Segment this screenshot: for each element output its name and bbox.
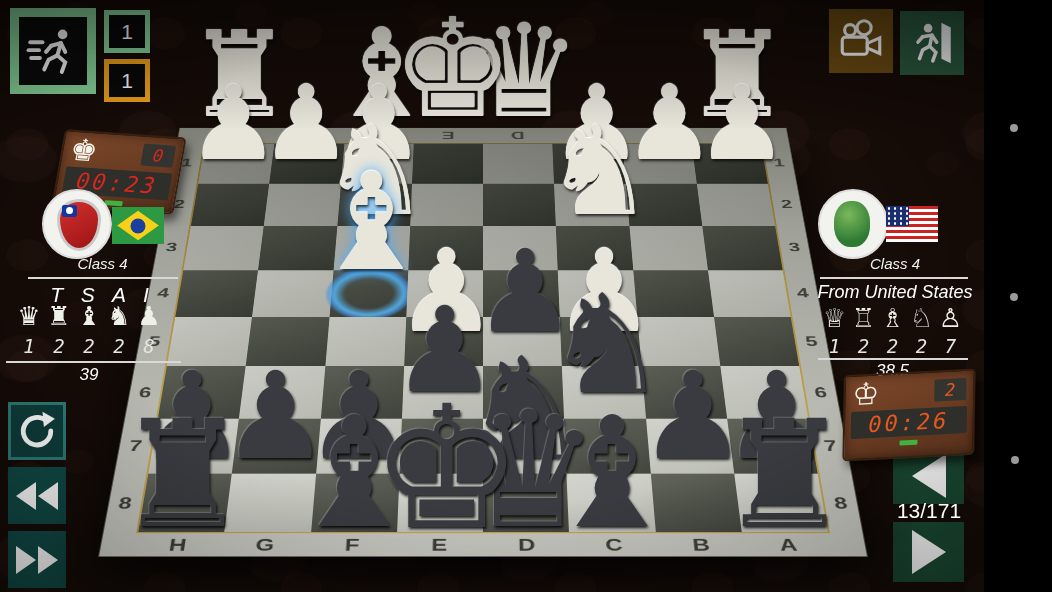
skip-backward-button[interactable]	[8, 467, 66, 524]
running-man-icon	[25, 23, 81, 79]
piece-count-icon: ♕	[820, 305, 849, 331]
file-label: E	[413, 129, 483, 143]
square-a4[interactable]	[708, 270, 791, 317]
square-b3[interactable]	[629, 226, 708, 270]
piece-count-icon: ♙	[936, 305, 965, 331]
file-label: E	[395, 534, 483, 556]
square-b4[interactable]	[633, 270, 714, 317]
white-bishop-f1[interactable]: ♝	[312, 12, 452, 134]
orange-counter-value: 1	[121, 69, 133, 93]
file-label: G	[274, 129, 345, 143]
rotate-icon	[15, 409, 59, 453]
square-g8[interactable]	[224, 473, 315, 531]
white-rook-h1[interactable]: ♜	[169, 16, 309, 134]
square-a3[interactable]	[702, 226, 783, 270]
piece-count-icon: ♞	[104, 303, 134, 329]
file-label: H	[204, 129, 276, 143]
square-h7[interactable]	[148, 418, 239, 473]
left-piece-counts: 12228	[14, 335, 164, 357]
square-b6[interactable]	[641, 366, 727, 418]
speed-mode-button[interactable]	[10, 8, 96, 94]
left-player-class: Class 4	[25, 255, 180, 272]
brazil-flag	[112, 207, 164, 244]
square-f1[interactable]	[341, 144, 414, 184]
white-king-icon: ♚	[68, 135, 100, 167]
square-g6[interactable]	[239, 366, 325, 418]
piece-count-icon: ♟	[134, 303, 164, 329]
square-g3[interactable]	[258, 226, 337, 270]
square-c1[interactable]	[552, 144, 625, 184]
square-e8[interactable]	[397, 473, 483, 531]
left-player-panel: Class 4 T S A I ♛♜♝♞♟ 12228 39	[0, 185, 200, 395]
right-player-panel: Class 4 From United States ♕♖♗♘♙ 12227 3…	[810, 185, 985, 385]
square-g1[interactable]	[269, 144, 344, 184]
square-b7[interactable]	[646, 418, 734, 473]
right-player-class: Class 4	[820, 255, 970, 272]
square-a8[interactable]	[734, 473, 828, 531]
indicator-dot	[1011, 456, 1019, 464]
file-label: A	[743, 534, 833, 556]
right-player-origin: From United States	[810, 282, 980, 303]
square-g2[interactable]	[264, 184, 341, 226]
square-b5[interactable]	[637, 317, 720, 366]
file-label: G	[220, 534, 310, 556]
right-player-avatar[interactable]	[818, 189, 888, 259]
green-counter-box: 1	[104, 10, 150, 53]
file-label: C	[570, 534, 659, 556]
piece-count-icon: ♜	[44, 303, 74, 329]
square-g5[interactable]	[246, 317, 329, 366]
square-e6[interactable]	[402, 366, 483, 418]
square-f3[interactable]	[333, 226, 410, 270]
file-label: C	[552, 129, 622, 143]
video-camera-icon	[836, 16, 886, 66]
square-f4[interactable]	[329, 270, 408, 317]
right-captured-icons: ♕♖♗♘♙	[820, 305, 965, 331]
piece-count-icon: ♝	[74, 303, 104, 329]
indicator-dot	[1010, 124, 1018, 132]
square-b1[interactable]	[622, 144, 697, 184]
square-f7[interactable]	[316, 418, 402, 473]
piece-count-value: 2	[878, 335, 907, 357]
piece-count-value: 2	[907, 335, 936, 357]
board-squares[interactable]	[136, 143, 830, 533]
square-a7[interactable]	[727, 418, 818, 473]
square-d7[interactable]	[483, 418, 567, 473]
move-counter: 13/171	[876, 499, 982, 523]
divider	[820, 277, 968, 279]
file-label: D	[483, 129, 553, 143]
piece-count-value: 2	[104, 335, 134, 357]
square-c8[interactable]	[567, 473, 656, 531]
piece-count-value: 1	[14, 335, 44, 357]
square-a6[interactable]	[720, 366, 808, 418]
divider	[818, 358, 968, 360]
file-label: D	[483, 534, 571, 556]
square-d3[interactable]	[483, 226, 558, 270]
piece-count-value: 8	[134, 335, 164, 357]
square-f8[interactable]	[311, 473, 400, 531]
taiwan-shield-icon	[57, 199, 101, 251]
left-player-avatar[interactable]	[42, 189, 112, 259]
double-left-arrow-icon	[16, 482, 58, 510]
piece-count-icon: ♖	[849, 305, 878, 331]
square-b2[interactable]	[625, 184, 702, 226]
square-e2[interactable]	[410, 184, 483, 226]
piece-count-value: 1	[820, 335, 849, 357]
file-label: A	[691, 129, 763, 143]
white-rook-a1[interactable]: ♜	[667, 16, 807, 134]
white-king-e1[interactable]: ♚	[383, 1, 523, 137]
square-d8[interactable]	[483, 473, 569, 531]
right-player-clock: ♔ 2 00:26	[842, 368, 975, 461]
chess-app-screen: HGFEDCBA HGFEDCBA 12345678 12345678 ♜♛♚♝…	[0, 0, 1052, 592]
square-d6[interactable]	[483, 366, 564, 418]
square-b8[interactable]	[650, 473, 741, 531]
square-h8[interactable]	[138, 473, 232, 531]
piece-count-value: 2	[74, 335, 104, 357]
file-label: F	[308, 534, 397, 556]
green-counter-value: 1	[121, 20, 133, 44]
us-flag	[886, 206, 938, 242]
right-piece-counts: 12227	[820, 335, 965, 357]
file-label: B	[621, 129, 692, 143]
black-king-icon: ♔	[852, 378, 879, 409]
rotate-board-button[interactable]	[8, 402, 66, 460]
square-g4[interactable]	[252, 270, 333, 317]
piece-count-value: 7	[936, 335, 965, 357]
square-f2[interactable]	[337, 184, 412, 226]
left-clock-counter: 0	[140, 144, 176, 168]
white-queen-d1[interactable]: ♛	[454, 8, 594, 136]
piece-count-icon: ♘	[907, 305, 936, 331]
exit-door-icon	[907, 18, 957, 68]
square-e4[interactable]	[406, 270, 483, 317]
square-d5[interactable]	[483, 317, 562, 366]
indicator-dot	[1010, 293, 1018, 301]
square-e3[interactable]	[408, 226, 483, 270]
file-labels-far: HGFEDCBA	[204, 129, 763, 143]
square-e5[interactable]	[404, 317, 483, 366]
divider	[6, 361, 181, 363]
square-a1[interactable]	[691, 144, 767, 184]
skip-forward-button[interactable]	[8, 531, 66, 588]
left-captured-icons: ♛♜♝♞♟	[14, 303, 164, 329]
file-label: F	[343, 129, 413, 143]
square-d2[interactable]	[483, 184, 556, 226]
square-h2[interactable]	[191, 184, 269, 226]
right-clock-counter: 2	[934, 378, 966, 402]
square-f5[interactable]	[325, 317, 406, 366]
square-g7[interactable]	[232, 418, 320, 473]
file-label: B	[657, 534, 747, 556]
square-f6[interactable]	[320, 366, 404, 418]
double-right-arrow-icon	[16, 546, 58, 574]
camera-button[interactable]	[829, 9, 893, 73]
chess-board[interactable]: HGFEDCBA HGFEDCBA 12345678 12345678	[98, 128, 868, 557]
file-label: H	[132, 534, 222, 556]
square-c7[interactable]	[564, 418, 650, 473]
square-d1[interactable]	[483, 144, 554, 184]
piece-count-icon: ♗	[878, 305, 907, 331]
orange-counter-box: 1	[104, 59, 150, 102]
square-a5[interactable]	[714, 317, 799, 366]
square-c6[interactable]	[562, 366, 646, 418]
divider	[28, 277, 178, 279]
exit-button[interactable]	[900, 11, 964, 75]
green-figurine-icon	[834, 201, 870, 247]
square-e1[interactable]	[412, 144, 483, 184]
square-c3[interactable]	[556, 226, 633, 270]
square-c4[interactable]	[558, 270, 637, 317]
square-c2[interactable]	[554, 184, 629, 226]
file-labels-near: HGFEDCBA	[132, 534, 834, 556]
right-black-strip	[984, 0, 1052, 592]
right-clock-lamp	[899, 440, 917, 446]
square-c5[interactable]	[560, 317, 641, 366]
square-h1[interactable]	[198, 144, 274, 184]
left-player-score: 39	[14, 365, 164, 385]
square-e7[interactable]	[399, 418, 483, 473]
last-move-highlight	[324, 268, 412, 320]
piece-count-icon: ♛	[14, 303, 44, 329]
piece-count-value: 2	[44, 335, 74, 357]
square-d4[interactable]	[483, 270, 560, 317]
piece-count-value: 2	[849, 335, 878, 357]
square-a2[interactable]	[697, 184, 775, 226]
